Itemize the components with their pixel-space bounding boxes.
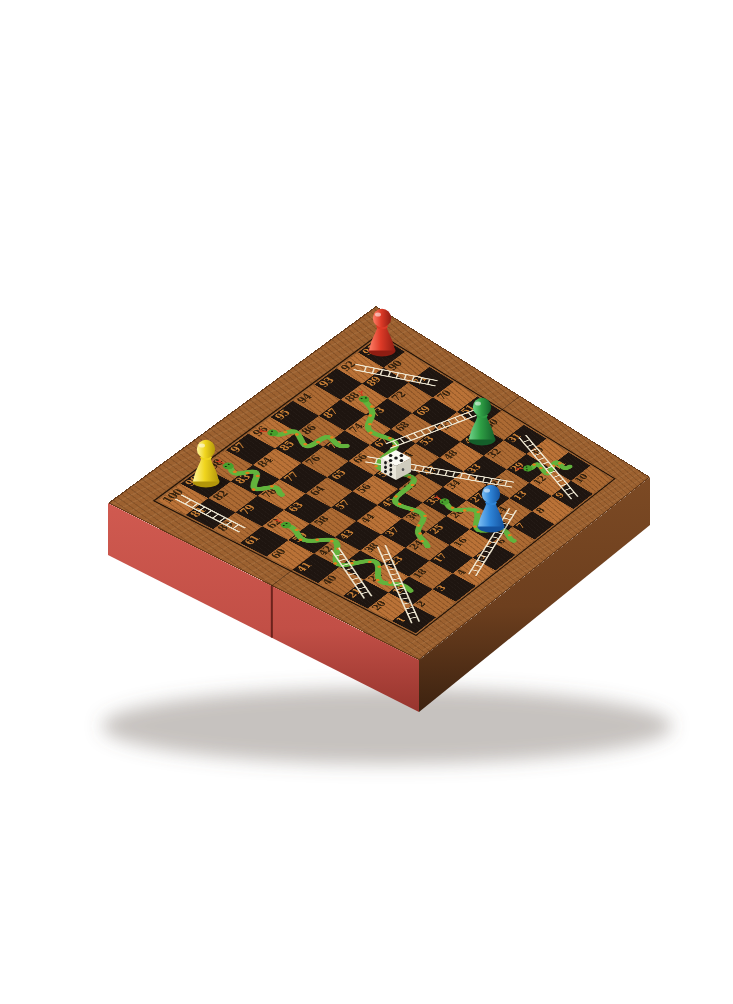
square-number: 3 [435, 584, 448, 592]
square-number: 95 [273, 409, 292, 421]
square-number: 93 [317, 376, 336, 388]
square-number: 7 [515, 522, 527, 530]
square-number: 94 [295, 392, 314, 404]
square-number: 92 [339, 360, 358, 372]
square-number: 6 [495, 538, 507, 546]
square-number: 9 [554, 491, 566, 499]
square-number: 8 [534, 507, 546, 515]
square-number: 4 [455, 569, 467, 577]
product-photo-scene: 1009998979695949392918182838485868788899… [0, 0, 733, 1004]
square-number: 99 [183, 475, 203, 488]
square-number: 2 [415, 600, 428, 608]
square-number: 100 [161, 488, 186, 504]
square-number: 91 [361, 344, 379, 356]
square-number: 96 [251, 425, 270, 437]
square-number: 5 [475, 553, 487, 561]
square-number: 98 [206, 458, 225, 470]
square-number: 97 [229, 442, 248, 454]
ground-shadow [102, 688, 672, 764]
square-number: 1 [394, 616, 407, 624]
